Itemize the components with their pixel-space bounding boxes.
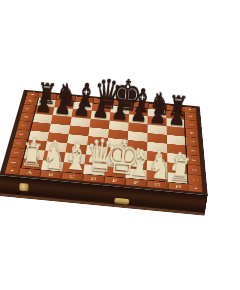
- coordinate-label: 8: [188, 115, 194, 117]
- square-f7[interactable]: ♟: [129, 114, 148, 124]
- coordinate-label: 5: [189, 141, 195, 143]
- coordinate-label: B: [48, 172, 54, 176]
- coordinate-label: 2: [14, 152, 21, 154]
- coordinate-label: 7: [188, 123, 194, 125]
- coordinate-label: ✦: [10, 169, 16, 172]
- chessboard: ✦ABCDEFGH✦8♜♞♝♛♚♝♞♜87♟♟♟♟♟♟♟♟7665544332♟…: [0, 90, 208, 196]
- black-pawn[interactable]: ♟: [91, 96, 112, 122]
- coordinate-label: E: [112, 179, 118, 183]
- black-pawn[interactable]: ♟: [33, 91, 54, 117]
- black-pawn[interactable]: ♟: [71, 95, 92, 121]
- coordinate-label: 7: [26, 108, 32, 110]
- square-g1[interactable]: ♞: [147, 170, 168, 182]
- square-h7[interactable]: ♟: [166, 118, 185, 128]
- black-pawn[interactable]: ♟: [129, 100, 150, 126]
- square-e7[interactable]: ♟: [110, 113, 129, 123]
- coordinate-label: 6: [189, 132, 195, 134]
- square-a1[interactable]: ♜: [20, 158, 43, 170]
- square-b1[interactable]: ♞: [41, 160, 64, 172]
- square-h1[interactable]: ♜: [168, 172, 189, 184]
- coordinate-label: H: [175, 185, 182, 189]
- square-d7[interactable]: ♟: [91, 111, 111, 121]
- brass-clasp-icon: [19, 183, 28, 191]
- coordinate-label: G: [154, 183, 160, 187]
- coordinate-label: C: [69, 174, 75, 178]
- black-pawn[interactable]: ♟: [110, 98, 131, 124]
- black-pawn[interactable]: ♟: [52, 93, 73, 119]
- white-rook[interactable]: ♜: [168, 153, 192, 187]
- coordinate-label: 8: [28, 100, 34, 102]
- frame-corner: ✦: [189, 185, 203, 193]
- square-f1[interactable]: ♝: [125, 168, 146, 180]
- black-pawn[interactable]: ♟: [167, 104, 189, 130]
- coordinate-label: A: [26, 170, 32, 174]
- coordinate-label: F: [133, 181, 138, 185]
- product-photo: ✦ABCDEFGH✦8♜♞♝♛♚♝♞♜87♟♟♟♟♟♟♟♟7665544332♟…: [0, 0, 240, 290]
- coordinate-label: 1: [192, 179, 199, 182]
- brass-hinge-icon: [114, 198, 129, 205]
- square-a7[interactable]: ♟: [34, 105, 55, 115]
- white-rook[interactable]: ♜: [19, 139, 43, 173]
- coordinate-label: D: [90, 177, 96, 181]
- square-c7[interactable]: ♟: [72, 109, 92, 119]
- coordinate-label: 6: [24, 116, 30, 118]
- coordinate-label: 1: [11, 161, 18, 164]
- chessboard-grid: ✦ABCDEFGH✦8♜♞♝♛♚♝♞♜87♟♟♟♟♟♟♟♟7665544332♟…: [5, 92, 203, 193]
- square-g7[interactable]: ♟: [148, 116, 167, 126]
- square-b5[interactable]: [49, 124, 70, 135]
- coordinate-label: ✦: [188, 109, 192, 112]
- square-b7[interactable]: ♟: [53, 107, 73, 117]
- black-pawn[interactable]: ♟: [148, 102, 169, 128]
- coordinate-label: 5: [21, 124, 27, 126]
- coordinate-label: ✦: [193, 187, 198, 190]
